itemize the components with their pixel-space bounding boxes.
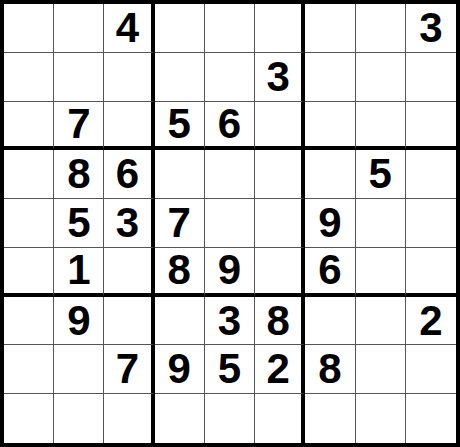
cell-r4c7-empty[interactable] <box>305 150 355 199</box>
cell-r5c9-empty[interactable] <box>406 199 456 248</box>
cell-r5c7-given-digit: 9 <box>305 199 355 248</box>
cell-r3c8-empty[interactable] <box>356 102 406 151</box>
cell-r6c2-given-digit: 1 <box>54 248 104 297</box>
cell-r6c3-empty[interactable] <box>104 248 154 297</box>
cell-r6c7-given-digit: 6 <box>305 248 355 297</box>
cell-r6c4-given-digit: 8 <box>155 248 205 297</box>
cell-r8c2-empty[interactable] <box>54 345 104 394</box>
cell-r7c2-given-digit: 9 <box>54 297 104 346</box>
cell-r3c1-empty[interactable] <box>4 102 54 151</box>
cell-r3c5-given-digit: 6 <box>205 102 255 151</box>
cell-r2c4-empty[interactable] <box>155 53 205 102</box>
cell-r3c4-given-digit: 5 <box>155 102 205 151</box>
cell-r2c8-empty[interactable] <box>356 53 406 102</box>
cell-r8c4-given-digit: 9 <box>155 345 205 394</box>
cell-r1c8-empty[interactable] <box>356 4 406 53</box>
cell-r5c8-empty[interactable] <box>356 199 406 248</box>
cell-r4c6-empty[interactable] <box>255 150 305 199</box>
cell-r7c8-empty[interactable] <box>356 297 406 346</box>
cell-r6c5-given-digit: 9 <box>205 248 255 297</box>
cell-r2c9-empty[interactable] <box>406 53 456 102</box>
cell-r5c4-given-digit: 7 <box>155 199 205 248</box>
cell-r7c5-given-digit: 3 <box>205 297 255 346</box>
cell-r1c6-empty[interactable] <box>255 4 305 53</box>
cell-r8c9-empty[interactable] <box>406 345 456 394</box>
cell-r6c8-empty[interactable] <box>356 248 406 297</box>
cell-r8c7-given-digit: 8 <box>305 345 355 394</box>
cell-r8c5-given-digit: 5 <box>205 345 255 394</box>
cell-r2c1-empty[interactable] <box>4 53 54 102</box>
cell-r8c1-empty[interactable] <box>4 345 54 394</box>
cell-r9c9-empty[interactable] <box>406 394 456 443</box>
cell-r4c3-given-digit: 6 <box>104 150 154 199</box>
sudoku-board: 43375686553791896938279528 <box>0 0 460 447</box>
cell-r2c7-empty[interactable] <box>305 53 355 102</box>
cell-r7c9-given-digit: 2 <box>406 297 456 346</box>
cell-r1c1-empty[interactable] <box>4 4 54 53</box>
cell-r6c6-empty[interactable] <box>255 248 305 297</box>
cell-r3c2-given-digit: 7 <box>54 102 104 151</box>
cell-r2c2-empty[interactable] <box>54 53 104 102</box>
cell-r4c8-given-digit: 5 <box>356 150 406 199</box>
cell-r7c4-empty[interactable] <box>155 297 205 346</box>
cell-r4c1-empty[interactable] <box>4 150 54 199</box>
cell-r9c7-empty[interactable] <box>305 394 355 443</box>
cell-r8c6-given-digit: 2 <box>255 345 305 394</box>
cell-r5c6-empty[interactable] <box>255 199 305 248</box>
cell-r9c1-empty[interactable] <box>4 394 54 443</box>
cell-r3c9-empty[interactable] <box>406 102 456 151</box>
cell-r1c7-empty[interactable] <box>305 4 355 53</box>
cell-r7c7-empty[interactable] <box>305 297 355 346</box>
cell-r1c5-empty[interactable] <box>205 4 255 53</box>
cell-r1c2-empty[interactable] <box>54 4 104 53</box>
cell-r6c9-empty[interactable] <box>406 248 456 297</box>
cell-r5c5-empty[interactable] <box>205 199 255 248</box>
cell-r7c6-given-digit: 8 <box>255 297 305 346</box>
cell-r8c8-empty[interactable] <box>356 345 406 394</box>
cell-r9c6-empty[interactable] <box>255 394 305 443</box>
cell-r8c3-given-digit: 7 <box>104 345 154 394</box>
cell-r4c4-empty[interactable] <box>155 150 205 199</box>
cell-r1c4-empty[interactable] <box>155 4 205 53</box>
cell-r4c5-empty[interactable] <box>205 150 255 199</box>
cell-r1c3-given-digit: 4 <box>104 4 154 53</box>
cell-r5c2-given-digit: 5 <box>54 199 104 248</box>
cell-r2c5-empty[interactable] <box>205 53 255 102</box>
cell-r5c3-given-digit: 3 <box>104 199 154 248</box>
cell-r4c2-given-digit: 8 <box>54 150 104 199</box>
cell-r9c4-empty[interactable] <box>155 394 205 443</box>
cell-r1c9-given-digit: 3 <box>406 4 456 53</box>
cell-r7c1-empty[interactable] <box>4 297 54 346</box>
cell-r9c2-empty[interactable] <box>54 394 104 443</box>
cell-r9c8-empty[interactable] <box>356 394 406 443</box>
cell-r3c7-empty[interactable] <box>305 102 355 151</box>
cell-r2c6-given-digit: 3 <box>255 53 305 102</box>
cell-r7c3-empty[interactable] <box>104 297 154 346</box>
cell-r6c1-empty[interactable] <box>4 248 54 297</box>
cell-r5c1-empty[interactable] <box>4 199 54 248</box>
cell-r3c6-empty[interactable] <box>255 102 305 151</box>
cell-r2c3-empty[interactable] <box>104 53 154 102</box>
cell-r9c5-empty[interactable] <box>205 394 255 443</box>
cell-r4c9-empty[interactable] <box>406 150 456 199</box>
cell-r9c3-empty[interactable] <box>104 394 154 443</box>
cell-r3c3-empty[interactable] <box>104 102 154 151</box>
